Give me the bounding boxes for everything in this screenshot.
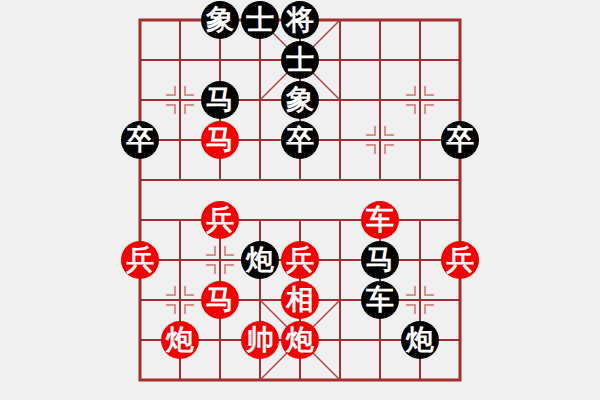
piece-red-elephant[interactable]: 相 bbox=[281, 281, 319, 319]
board-point: 卒 bbox=[440, 120, 480, 160]
piece-red-horse[interactable]: 马 bbox=[201, 121, 239, 159]
piece-red-cannon[interactable]: 炮 bbox=[161, 321, 199, 359]
board-point: 炮 bbox=[400, 320, 440, 360]
piece-black-elephant[interactable]: 象 bbox=[281, 81, 319, 119]
piece-black-pawn[interactable]: 卒 bbox=[281, 121, 319, 159]
piece-red-pawn[interactable]: 兵 bbox=[281, 241, 319, 279]
piece-black-advisor[interactable]: 士 bbox=[241, 1, 279, 39]
piece-black-elephant[interactable]: 象 bbox=[201, 1, 239, 39]
board-point: 兵 bbox=[120, 240, 160, 280]
board-point: 象 bbox=[280, 80, 320, 120]
piece-red-pawn[interactable]: 兵 bbox=[201, 201, 239, 239]
board-point: 兵 bbox=[440, 240, 480, 280]
piece-red-pawn[interactable]: 兵 bbox=[441, 241, 479, 279]
board-point: 马 bbox=[360, 240, 400, 280]
piece-black-cannon[interactable]: 炮 bbox=[241, 241, 279, 279]
piece-black-general[interactable]: 将 bbox=[281, 1, 319, 39]
board-point: 帅 bbox=[240, 320, 280, 360]
piece-red-chariot[interactable]: 车 bbox=[361, 201, 399, 239]
board-point: 炮 bbox=[280, 320, 320, 360]
piece-black-horse[interactable]: 马 bbox=[201, 81, 239, 119]
piece-red-cannon[interactable]: 炮 bbox=[281, 321, 319, 359]
board-point: 车 bbox=[360, 280, 400, 320]
xiangqi-board[interactable]: 象士将士马象卒马卒卒兵车兵炮兵马兵马相车炮帅炮炮 bbox=[0, 0, 600, 400]
board-point: 士 bbox=[240, 0, 280, 40]
board-point: 象 bbox=[200, 0, 240, 40]
piece-layer: 象士将士马象卒马卒卒兵车兵炮兵马兵马相车炮帅炮炮 bbox=[120, 0, 480, 400]
piece-black-pawn[interactable]: 卒 bbox=[121, 121, 159, 159]
board-point: 马 bbox=[200, 280, 240, 320]
piece-red-horse[interactable]: 马 bbox=[201, 281, 239, 319]
board-point: 兵 bbox=[280, 240, 320, 280]
piece-black-cannon[interactable]: 炮 bbox=[401, 321, 439, 359]
piece-black-chariot[interactable]: 车 bbox=[361, 281, 399, 319]
board-point: 炮 bbox=[160, 320, 200, 360]
piece-black-horse[interactable]: 马 bbox=[361, 241, 399, 279]
board-point: 卒 bbox=[280, 120, 320, 160]
piece-black-advisor[interactable]: 士 bbox=[281, 41, 319, 79]
board-point: 炮 bbox=[240, 240, 280, 280]
board-point: 卒 bbox=[120, 120, 160, 160]
piece-black-pawn[interactable]: 卒 bbox=[441, 121, 479, 159]
piece-red-pawn[interactable]: 兵 bbox=[121, 241, 159, 279]
board-point: 将 bbox=[280, 0, 320, 40]
board-point: 车 bbox=[360, 200, 400, 240]
board-point: 士 bbox=[280, 40, 320, 80]
board-point: 马 bbox=[200, 80, 240, 120]
board-point: 相 bbox=[280, 280, 320, 320]
board-point: 马 bbox=[200, 120, 240, 160]
piece-red-general[interactable]: 帅 bbox=[241, 321, 279, 359]
board-point: 兵 bbox=[200, 200, 240, 240]
